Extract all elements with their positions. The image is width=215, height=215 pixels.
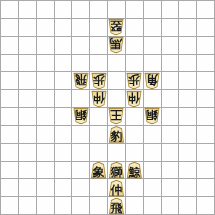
piece-face: 象: [92, 163, 106, 178]
board-cell[interactable]: [196, 18, 214, 36]
board-cell[interactable]: [36, 178, 54, 196]
board-cell[interactable]: [36, 18, 54, 36]
board-cell[interactable]: [107, 71, 125, 89]
board-cell[interactable]: [178, 107, 196, 125]
board-cell[interactable]: [161, 54, 179, 72]
board-cell[interactable]: [0, 143, 18, 161]
board-cell[interactable]: [89, 36, 107, 54]
board-cell[interactable]: [54, 178, 72, 196]
board-cell[interactable]: [178, 89, 196, 107]
board-cell[interactable]: [161, 143, 179, 161]
piece-face: 竪: [109, 19, 123, 34]
board-cell[interactable]: [178, 71, 196, 89]
piece-face: 馬: [109, 37, 123, 52]
piece-kanji: 象: [93, 165, 105, 177]
board-cell[interactable]: [71, 143, 89, 161]
board-cell[interactable]: [178, 36, 196, 54]
board-cell[interactable]: [71, 89, 89, 107]
piece-kanji: 仲: [128, 92, 140, 104]
board-cell[interactable]: [161, 71, 179, 89]
piece-kanji: 獅: [110, 165, 122, 177]
board-cell[interactable]: [18, 0, 36, 18]
piece-face: 歩: [127, 73, 141, 88]
board-cell[interactable]: [18, 54, 36, 72]
board-cell[interactable]: [89, 0, 107, 18]
board-cell[interactable]: [161, 196, 179, 214]
board-cell[interactable]: [196, 107, 214, 125]
board-cell[interactable]: [196, 54, 214, 72]
board-cell[interactable]: [18, 89, 36, 107]
piece-kanji: 銅: [75, 109, 87, 121]
piece-face: 飛: [74, 73, 88, 88]
board-cell[interactable]: [89, 178, 107, 196]
board-cell[interactable]: [196, 125, 214, 143]
piece-face: 仲: [109, 181, 123, 196]
board-cell[interactable]: [0, 36, 18, 54]
board-cell[interactable]: [161, 125, 179, 143]
piece-kanji: 鯨: [128, 165, 140, 177]
board-cell[interactable]: [143, 18, 161, 36]
board-cell[interactable]: [89, 125, 107, 143]
board-cell[interactable]: [89, 54, 107, 72]
board-cell[interactable]: [36, 71, 54, 89]
board-cell[interactable]: [89, 18, 107, 36]
board-cell[interactable]: [161, 18, 179, 36]
piece-kanji: 仲: [93, 92, 105, 104]
board-cell[interactable]: [107, 143, 125, 161]
board-cell[interactable]: [196, 143, 214, 161]
board-cell[interactable]: [196, 89, 214, 107]
board-cell[interactable]: [161, 89, 179, 107]
board-cell[interactable]: [54, 18, 72, 36]
board-cell[interactable]: [36, 89, 54, 107]
board-cell[interactable]: [36, 143, 54, 161]
board-cell[interactable]: [18, 18, 36, 36]
board-cell[interactable]: [143, 178, 161, 196]
board-cell[interactable]: [18, 196, 36, 214]
board-cell[interactable]: [196, 0, 214, 18]
board-cell[interactable]: [0, 161, 18, 179]
board-cell[interactable]: [125, 143, 143, 161]
piece-face: 銅: [74, 109, 88, 124]
board-cell[interactable]: [161, 178, 179, 196]
board-cell[interactable]: [143, 196, 161, 214]
piece-face: 豹: [109, 127, 123, 142]
board-cell[interactable]: [0, 196, 18, 214]
board-cell[interactable]: [196, 178, 214, 196]
board-cell[interactable]: [18, 36, 36, 54]
piece-kanji: 歩: [93, 74, 105, 86]
piece-face: 角: [145, 73, 159, 88]
board-cell[interactable]: [54, 196, 72, 214]
board-cell[interactable]: [54, 125, 72, 143]
board-cell[interactable]: [18, 178, 36, 196]
board-cell[interactable]: [178, 0, 196, 18]
board-cell[interactable]: [36, 54, 54, 72]
board-cell[interactable]: [54, 143, 72, 161]
board-cell[interactable]: [36, 161, 54, 179]
board-cell[interactable]: [196, 161, 214, 179]
piece-kanji: 王: [110, 109, 122, 121]
board-cell[interactable]: [54, 107, 72, 125]
board-cell[interactable]: [196, 196, 214, 214]
piece-kanji: 飛: [75, 74, 87, 86]
piece-kanji: 飛: [110, 201, 122, 213]
board-cell[interactable]: [36, 0, 54, 18]
board-cell[interactable]: [143, 36, 161, 54]
board-cell[interactable]: [125, 196, 143, 214]
board-cell[interactable]: [0, 0, 18, 18]
board-cell[interactable]: [125, 178, 143, 196]
board-cell[interactable]: [89, 107, 107, 125]
board-cell[interactable]: [196, 71, 214, 89]
piece-face: 歩: [92, 73, 106, 88]
board-cell[interactable]: [0, 178, 18, 196]
board-cell[interactable]: [0, 18, 18, 36]
board-cell[interactable]: [71, 54, 89, 72]
board-cell[interactable]: [54, 36, 72, 54]
board-cell[interactable]: [107, 54, 125, 72]
board-cell[interactable]: [196, 36, 214, 54]
board-cell[interactable]: [178, 125, 196, 143]
board-cell[interactable]: [178, 196, 196, 214]
board-cell[interactable]: [143, 54, 161, 72]
board-cell[interactable]: [0, 71, 18, 89]
piece-kanji: 竪: [110, 20, 122, 32]
board-cell[interactable]: [125, 36, 143, 54]
board-cell[interactable]: [178, 18, 196, 36]
piece-face: 飛: [109, 199, 123, 214]
board-cell[interactable]: [54, 89, 72, 107]
board-cell[interactable]: [143, 161, 161, 179]
board-cell[interactable]: [18, 161, 36, 179]
board-cell[interactable]: [89, 196, 107, 214]
board-cell[interactable]: [89, 143, 107, 161]
piece-face: 仲: [127, 91, 141, 106]
board-cell[interactable]: [71, 36, 89, 54]
board-cell[interactable]: [125, 107, 143, 125]
board-cell[interactable]: [161, 107, 179, 125]
board-cell[interactable]: [71, 0, 89, 18]
board-cell[interactable]: [71, 125, 89, 143]
piece-face: 仲: [92, 91, 106, 106]
board-cell[interactable]: [71, 18, 89, 36]
piece-face: 鯨: [127, 163, 141, 178]
board-cell[interactable]: [36, 36, 54, 54]
piece-face: 王: [109, 109, 123, 124]
board-cell[interactable]: [54, 0, 72, 18]
board-cell[interactable]: [54, 54, 72, 72]
board-cell[interactable]: [178, 178, 196, 196]
piece-kanji: 銅: [146, 109, 158, 121]
board-cell[interactable]: [54, 71, 72, 89]
board-cell[interactable]: [125, 18, 143, 36]
board-cell[interactable]: [143, 0, 161, 18]
board-cell[interactable]: [143, 89, 161, 107]
board-cell[interactable]: [178, 161, 196, 179]
piece-kanji: 仲: [110, 183, 122, 195]
piece-face: 獅: [109, 163, 123, 178]
piece-kanji: 歩: [128, 74, 140, 86]
piece-kanji: 角: [146, 74, 158, 86]
board-cell[interactable]: [161, 0, 179, 18]
board-cell[interactable]: [143, 143, 161, 161]
board-cell[interactable]: [36, 107, 54, 125]
board-cell[interactable]: [36, 125, 54, 143]
piece-kanji: 豹: [110, 129, 122, 141]
board-cell[interactable]: [18, 125, 36, 143]
board-cell[interactable]: [71, 196, 89, 214]
board-cell[interactable]: [18, 71, 36, 89]
board-cell[interactable]: [125, 54, 143, 72]
board-cell[interactable]: [178, 143, 196, 161]
board-cell[interactable]: [18, 143, 36, 161]
board-cell[interactable]: [71, 178, 89, 196]
board-cell[interactable]: [0, 89, 18, 107]
board-cell[interactable]: [143, 125, 161, 143]
board-cell[interactable]: [0, 125, 18, 143]
board-cell[interactable]: [107, 0, 125, 18]
board-cell[interactable]: [0, 54, 18, 72]
board-cell[interactable]: [161, 161, 179, 179]
chu-shogi-board: 竪馬飛歩歩角仲仲銅王銅豹象獅鯨仲飛: [0, 0, 215, 215]
piece-kanji: 馬: [110, 38, 122, 50]
board-cell[interactable]: [0, 107, 18, 125]
board-cell[interactable]: [18, 107, 36, 125]
board-cell[interactable]: [125, 0, 143, 18]
board-cell[interactable]: [36, 196, 54, 214]
board-cell[interactable]: [54, 161, 72, 179]
board-cell[interactable]: [125, 125, 143, 143]
board-cell[interactable]: [161, 36, 179, 54]
board-cell[interactable]: [71, 161, 89, 179]
board-cell[interactable]: [107, 89, 125, 107]
board-cell[interactable]: [178, 54, 196, 72]
piece-face: 銅: [145, 109, 159, 124]
